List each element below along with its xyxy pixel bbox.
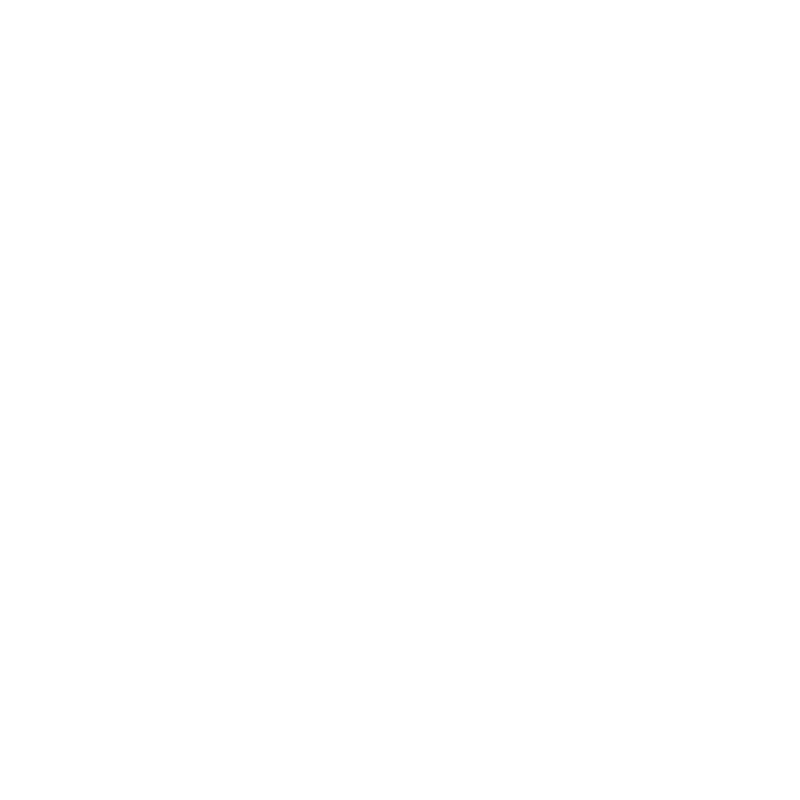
product-photo: [0, 0, 800, 800]
chess-board-photo: [0, 0, 800, 800]
photo-background: [0, 0, 800, 800]
